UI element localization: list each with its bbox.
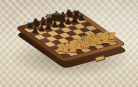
chess-set-photo: ♜♞♝♛♚♝♞♜♟♟♟♟♟♟♟♟♟♟♟♟♟♟♟♟♜♞♝♛♚♝♞♜ [0,0,138,87]
piece-white-rook-a1[interactable]: ♜ [60,44,71,57]
piece-black-pawn-a7[interactable]: ♟ [31,26,39,34]
